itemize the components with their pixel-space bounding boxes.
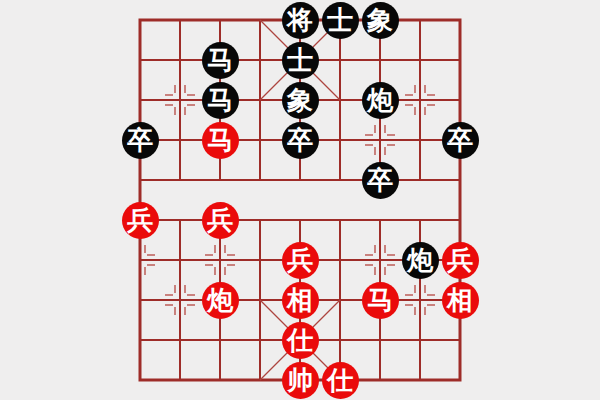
piece-red-general[interactable]: 帅: [282, 362, 319, 399]
piece-black-horse[interactable]: 马: [202, 42, 239, 79]
piece-red-elephant[interactable]: 相: [282, 282, 319, 319]
piece-black-soldier[interactable]: 卒: [282, 122, 319, 159]
piece-red-horse[interactable]: 马: [362, 282, 399, 319]
piece-black-horse[interactable]: 马: [202, 82, 239, 119]
piece-red-soldier[interactable]: 兵: [202, 202, 239, 239]
xiangqi-board: 将士象马士马象炮卒马卒卒卒兵兵兵炮兵炮相马相仕帅仕: [0, 0, 600, 400]
piece-black-elephant[interactable]: 象: [362, 2, 399, 39]
piece-black-soldier[interactable]: 卒: [362, 162, 399, 199]
piece-red-cannon[interactable]: 炮: [202, 282, 239, 319]
piece-red-soldier[interactable]: 兵: [442, 242, 479, 279]
piece-black-cannon[interactable]: 炮: [402, 242, 439, 279]
piece-black-general[interactable]: 将: [282, 2, 319, 39]
piece-red-elephant[interactable]: 相: [442, 282, 479, 319]
piece-black-advisor[interactable]: 士: [322, 2, 359, 39]
piece-red-soldier[interactable]: 兵: [282, 242, 319, 279]
piece-red-advisor[interactable]: 仕: [322, 362, 359, 399]
piece-red-soldier[interactable]: 兵: [122, 202, 159, 239]
piece-black-soldier[interactable]: 卒: [442, 122, 479, 159]
piece-black-soldier[interactable]: 卒: [122, 122, 159, 159]
piece-black-elephant[interactable]: 象: [282, 82, 319, 119]
piece-black-cannon[interactable]: 炮: [362, 82, 399, 119]
piece-red-horse[interactable]: 马: [202, 122, 239, 159]
piece-black-advisor[interactable]: 士: [282, 42, 319, 79]
piece-red-advisor[interactable]: 仕: [282, 322, 319, 359]
